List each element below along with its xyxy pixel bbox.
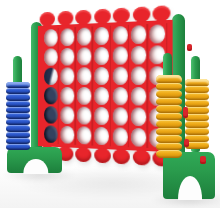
- board-hole-r6c4-empty: [95, 127, 110, 145]
- board-hole-r6c2-empty: [60, 126, 74, 144]
- board-scallop: [94, 9, 111, 25]
- board-hole-r1c5-empty: [113, 26, 128, 44]
- foot-arch-cutout: [23, 159, 48, 174]
- board-scallop: [75, 147, 91, 163]
- yellow-disc-ring: [185, 121, 209, 128]
- yellow-disc-stack-front: [156, 75, 182, 158]
- board-hole-r1c2-empty: [60, 28, 74, 46]
- board-hole-r3c6-empty: [131, 67, 146, 85]
- board-hole-r1c6-empty: [131, 25, 146, 44]
- yellow-disc-ring: [156, 105, 182, 113]
- board-hole-r5c1-empty: [44, 106, 58, 123]
- red-locking-pin: [187, 44, 192, 51]
- yellow-disc-ring: [156, 120, 182, 128]
- yellow-disc-ring: [156, 83, 182, 91]
- board-hole-r4c6-empty: [131, 87, 146, 105]
- board-scallop: [57, 11, 73, 26]
- yellow-disc-ring: [156, 75, 182, 83]
- board-hole-r3c2-empty: [60, 68, 74, 85]
- board-hole-r5c4-empty: [95, 107, 110, 125]
- yellow-disc-ring: [156, 90, 182, 98]
- blue-disc-stack: [6, 82, 30, 150]
- board-scallop: [132, 149, 150, 165]
- board-hole-r3c4-empty: [95, 67, 110, 85]
- board-scallop: [152, 5, 170, 22]
- yellow-disc-ring: [185, 86, 209, 93]
- yellow-disc-ring: [185, 100, 209, 107]
- board-hole-r5c2-empty: [60, 107, 74, 124]
- blue-disc-ring: [6, 125, 30, 131]
- board-scallop: [94, 148, 111, 164]
- yellow-disc-ring: [156, 128, 182, 136]
- board-hole-r3c1-empty: [44, 68, 58, 85]
- board-grid: [42, 23, 167, 149]
- giant-connect-four-product-photo: [0, 0, 220, 208]
- blue-disc-ring: [6, 144, 30, 150]
- board-hole-r4c2-empty: [60, 87, 74, 104]
- board-hole-r3c3-empty: [77, 67, 91, 84]
- yellow-disc-ring: [156, 135, 182, 143]
- board-hole-r4c1-empty: [44, 87, 58, 104]
- blue-disc-ring: [6, 132, 30, 138]
- board-hole-r5c5-empty: [113, 107, 128, 125]
- yellow-disc-ring: [156, 113, 182, 121]
- board-hole-r3c5-empty: [113, 67, 128, 85]
- board-scallop: [75, 10, 91, 26]
- yellow-disc-stack-back: [185, 79, 209, 149]
- board-hole-r1c3-empty: [77, 28, 91, 46]
- board-hole-r2c6-empty: [131, 46, 146, 64]
- yellow-disc-ring: [185, 79, 209, 86]
- board-scallop: [132, 6, 150, 22]
- yellow-disc-ring: [185, 114, 209, 121]
- board-hole-r1c1-empty: [44, 29, 58, 46]
- board-scallop: [113, 7, 130, 23]
- blue-disc-ring: [6, 101, 30, 107]
- board-hole-r2c3-empty: [77, 48, 91, 66]
- board-hole-r6c5-empty: [113, 128, 128, 146]
- red-locking-pin: [200, 156, 206, 164]
- yellow-disc-ring: [156, 150, 182, 158]
- foot-arch-cutout: [178, 176, 202, 200]
- blue-disc-ring: [6, 94, 30, 100]
- blue-disc-ring: [6, 138, 30, 144]
- frame-foot-left: [7, 147, 62, 173]
- board-hole-r5c6-empty: [131, 108, 146, 126]
- board-hole-r1c4-empty: [95, 27, 110, 45]
- connect-four-board: [38, 12, 173, 159]
- board-hole-r4c4-empty: [95, 87, 110, 105]
- yellow-disc-ring: [156, 143, 182, 151]
- board-hole-r4c3-empty: [77, 87, 91, 104]
- board-hole-r5c3-empty: [77, 107, 91, 125]
- yellow-disc-ring: [185, 107, 209, 114]
- board-scallop: [40, 12, 55, 27]
- board-scallop: [113, 148, 130, 164]
- board-hole-r2c5-empty: [113, 47, 128, 65]
- board-hole-r6c3-empty: [77, 127, 91, 145]
- board-hole-r6c6-empty: [131, 128, 146, 147]
- yellow-disc-ring: [185, 128, 209, 135]
- board-hole-r2c2-empty: [60, 48, 74, 65]
- board-hole-r2c4-empty: [95, 47, 110, 65]
- board-hole-r6c1-empty: [44, 126, 58, 143]
- frame-foot-right: [163, 152, 215, 199]
- yellow-disc-ring: [156, 98, 182, 106]
- yellow-disc-ring: [185, 93, 209, 100]
- red-locking-pin: [183, 107, 188, 118]
- board-hole-r1c7-empty: [150, 25, 166, 44]
- board-hole-r2c1-empty: [44, 48, 58, 65]
- board-hole-r4c5-empty: [113, 87, 128, 105]
- red-locking-pin: [184, 139, 189, 147]
